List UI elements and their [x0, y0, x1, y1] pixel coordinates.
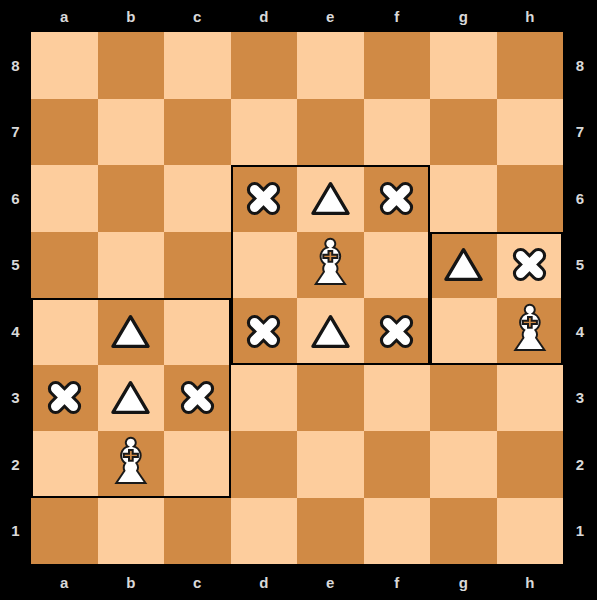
square-h3[interactable]: [497, 365, 564, 432]
square-b6[interactable]: [98, 165, 165, 232]
white-bishop-h4[interactable]: ♝: [502, 298, 558, 360]
rank-label-right-5: 5: [563, 232, 597, 299]
file-label-top-d: d: [231, 0, 298, 32]
square-d5[interactable]: [231, 232, 298, 299]
square-f1[interactable]: [364, 498, 431, 565]
square-b2[interactable]: ♝: [98, 431, 165, 498]
triangle-marker-g5: [443, 246, 484, 283]
square-h5[interactable]: [497, 232, 564, 299]
cross-marker-c3: [178, 378, 217, 417]
square-a5[interactable]: [31, 232, 98, 299]
rank-labels-left: 87654321: [0, 32, 31, 564]
rank-label-left-2: 2: [0, 431, 31, 498]
rank-label-left-3: 3: [0, 365, 31, 432]
square-h7[interactable]: [497, 99, 564, 166]
square-d6[interactable]: [231, 165, 298, 232]
square-f6[interactable]: [364, 165, 431, 232]
file-labels-top: abcdefgh: [31, 0, 563, 32]
file-labels-bottom: abcdefgh: [31, 564, 563, 600]
square-g7[interactable]: [430, 99, 497, 166]
square-f8[interactable]: [364, 32, 431, 99]
square-c8[interactable]: [164, 32, 231, 99]
square-g5[interactable]: [430, 232, 497, 299]
cross-marker-f6: [377, 179, 416, 218]
cross-marker-f4: [377, 312, 416, 351]
rank-label-right-2: 2: [563, 431, 597, 498]
square-e1[interactable]: [297, 498, 364, 565]
square-g2[interactable]: [430, 431, 497, 498]
square-f4[interactable]: [364, 298, 431, 365]
triangle-marker-b3: [110, 379, 151, 416]
square-d7[interactable]: [231, 99, 298, 166]
square-b1[interactable]: [98, 498, 165, 565]
cross-marker-a3: [45, 378, 84, 417]
square-e8[interactable]: [297, 32, 364, 99]
file-label-bottom-f: f: [364, 564, 431, 600]
square-b8[interactable]: [98, 32, 165, 99]
square-d8[interactable]: [231, 32, 298, 99]
square-e3[interactable]: [297, 365, 364, 432]
rank-label-right-7: 7: [563, 99, 597, 166]
square-e2[interactable]: [297, 431, 364, 498]
square-h1[interactable]: [497, 498, 564, 565]
white-bishop-e5[interactable]: ♝: [302, 232, 358, 294]
square-b5[interactable]: [98, 232, 165, 299]
square-a7[interactable]: [31, 99, 98, 166]
rank-label-right-4: 4: [563, 298, 597, 365]
rank-labels-right: 87654321: [563, 32, 597, 564]
square-a8[interactable]: [31, 32, 98, 99]
rank-label-left-1: 1: [0, 498, 31, 565]
square-g4[interactable]: [430, 298, 497, 365]
file-label-bottom-g: g: [430, 564, 497, 600]
file-label-bottom-a: a: [31, 564, 98, 600]
square-g8[interactable]: [430, 32, 497, 99]
chess-diagram: abcdefgh abcdefgh 87654321 87654321 ♝♝♝: [0, 0, 597, 600]
file-label-bottom-d: d: [231, 564, 298, 600]
square-g3[interactable]: [430, 365, 497, 432]
square-a4[interactable]: [31, 298, 98, 365]
triangle-marker-e6: [310, 180, 351, 217]
square-g1[interactable]: [430, 498, 497, 565]
square-d3[interactable]: [231, 365, 298, 432]
square-e4[interactable]: [297, 298, 364, 365]
square-d2[interactable]: [231, 431, 298, 498]
square-f3[interactable]: [364, 365, 431, 432]
file-label-top-a: a: [31, 0, 98, 32]
square-d4[interactable]: [231, 298, 298, 365]
square-b4[interactable]: [98, 298, 165, 365]
file-label-top-c: c: [164, 0, 231, 32]
board: ♝♝♝: [31, 32, 563, 564]
file-label-top-f: f: [364, 0, 431, 32]
white-bishop-b2[interactable]: ♝: [103, 431, 159, 493]
rank-label-left-5: 5: [0, 232, 31, 299]
rank-label-right-8: 8: [563, 32, 597, 99]
file-label-top-h: h: [497, 0, 564, 32]
file-label-bottom-h: h: [497, 564, 564, 600]
square-f7[interactable]: [364, 99, 431, 166]
rank-label-left-4: 4: [0, 298, 31, 365]
square-b3[interactable]: [98, 365, 165, 432]
square-g6[interactable]: [430, 165, 497, 232]
square-a6[interactable]: [31, 165, 98, 232]
square-a1[interactable]: [31, 498, 98, 565]
square-h4[interactable]: ♝: [497, 298, 564, 365]
file-label-bottom-b: b: [98, 564, 165, 600]
square-a2[interactable]: [31, 431, 98, 498]
rank-label-right-3: 3: [563, 365, 597, 432]
square-c5[interactable]: [164, 232, 231, 299]
square-a3[interactable]: [31, 365, 98, 432]
square-e7[interactable]: [297, 99, 364, 166]
square-d1[interactable]: [231, 498, 298, 565]
rank-label-left-6: 6: [0, 165, 31, 232]
square-c1[interactable]: [164, 498, 231, 565]
rank-label-left-7: 7: [0, 99, 31, 166]
square-h8[interactable]: [497, 32, 564, 99]
cross-marker-d4: [244, 312, 283, 351]
square-c4[interactable]: [164, 298, 231, 365]
square-c6[interactable]: [164, 165, 231, 232]
square-b7[interactable]: [98, 99, 165, 166]
square-e5[interactable]: ♝: [297, 232, 364, 299]
square-c3[interactable]: [164, 365, 231, 432]
square-h2[interactable]: [497, 431, 564, 498]
file-label-bottom-e: e: [297, 564, 364, 600]
square-h6[interactable]: [497, 165, 564, 232]
square-e6[interactable]: [297, 165, 364, 232]
rank-label-right-1: 1: [563, 498, 597, 565]
square-f2[interactable]: [364, 431, 431, 498]
cross-marker-d6: [244, 179, 283, 218]
file-label-top-e: e: [297, 0, 364, 32]
square-f5[interactable]: [364, 232, 431, 299]
triangle-marker-e4: [310, 313, 351, 350]
square-c2[interactable]: [164, 431, 231, 498]
cross-marker-h5: [510, 245, 549, 284]
triangle-marker-b4: [110, 313, 151, 350]
file-label-bottom-c: c: [164, 564, 231, 600]
file-label-top-g: g: [430, 0, 497, 32]
file-label-top-b: b: [98, 0, 165, 32]
square-c7[interactable]: [164, 99, 231, 166]
rank-label-left-8: 8: [0, 32, 31, 99]
rank-label-right-6: 6: [563, 165, 597, 232]
